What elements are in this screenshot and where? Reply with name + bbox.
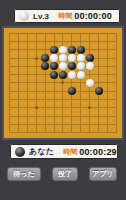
board-cell[interactable] xyxy=(50,62,59,70)
board-cell[interactable] xyxy=(5,112,14,120)
board-cell[interactable] xyxy=(23,120,32,128)
player-label: あなた xyxy=(29,146,54,157)
board-cell[interactable] xyxy=(112,29,121,37)
board-cell[interactable] xyxy=(59,129,68,137)
board-cell[interactable] xyxy=(76,120,85,128)
board-cell[interactable] xyxy=(32,54,41,62)
board-cell[interactable] xyxy=(50,120,59,128)
board-cell[interactable] xyxy=(76,54,85,62)
board-cell[interactable] xyxy=(94,71,103,79)
board-cell[interactable] xyxy=(41,71,50,79)
board-cell[interactable] xyxy=(94,104,103,112)
board-cell[interactable] xyxy=(103,87,112,95)
board-cell[interactable] xyxy=(85,112,94,120)
black-stone xyxy=(68,87,76,95)
board-cell[interactable] xyxy=(76,37,85,45)
black-stone xyxy=(68,46,76,54)
app-screen: Lv.3 時間 00:00:00 あなた 時間 00:00:29 待った 投了 … xyxy=(0,0,126,200)
board-cell[interactable] xyxy=(59,87,68,95)
star-point xyxy=(61,81,64,84)
board-cell[interactable] xyxy=(59,79,68,87)
black-stone xyxy=(50,71,58,79)
board-cell[interactable] xyxy=(59,120,68,128)
undo-button[interactable]: 待った xyxy=(7,167,41,181)
board-cell[interactable] xyxy=(85,79,94,87)
board-cell[interactable] xyxy=(23,104,32,112)
white-stone xyxy=(77,54,85,62)
board-cell[interactable] xyxy=(23,95,32,103)
board-cell[interactable] xyxy=(76,87,85,95)
board-cell[interactable] xyxy=(67,71,76,79)
board-cell[interactable] xyxy=(41,129,50,137)
board-cell[interactable] xyxy=(85,120,94,128)
board-cell[interactable] xyxy=(50,87,59,95)
board-cell[interactable] xyxy=(85,87,94,95)
app-button[interactable]: アプリ xyxy=(89,167,117,181)
board-cell[interactable] xyxy=(50,46,59,54)
board-cell[interactable] xyxy=(41,120,50,128)
board-cell[interactable] xyxy=(5,120,14,128)
white-stone xyxy=(77,71,85,79)
board-cell[interactable] xyxy=(5,37,14,45)
board-cell[interactable] xyxy=(50,71,59,79)
board-cell[interactable] xyxy=(14,120,23,128)
board-cell[interactable] xyxy=(103,129,112,137)
board-cell[interactable] xyxy=(59,46,68,54)
board-cell[interactable] xyxy=(76,79,85,87)
board-cell[interactable] xyxy=(94,112,103,120)
board-cell[interactable] xyxy=(67,79,76,87)
white-stone xyxy=(68,71,76,79)
black-stone xyxy=(59,71,67,79)
board-cell[interactable] xyxy=(103,46,112,54)
board-cell[interactable] xyxy=(23,46,32,54)
board-cell[interactable] xyxy=(76,62,85,70)
board-cell[interactable] xyxy=(41,46,50,54)
board-cell[interactable] xyxy=(14,129,23,137)
board-cell[interactable] xyxy=(32,87,41,95)
board-cell[interactable] xyxy=(85,129,94,137)
board-cell[interactable] xyxy=(5,87,14,95)
board-cell[interactable] xyxy=(94,87,103,95)
board-cell[interactable] xyxy=(41,62,50,70)
goban-grid[interactable] xyxy=(5,29,121,137)
board-cell[interactable] xyxy=(23,112,32,120)
board-cell[interactable] xyxy=(112,54,121,62)
board-cell[interactable] xyxy=(76,46,85,54)
board-cell[interactable] xyxy=(103,120,112,128)
board-cell[interactable] xyxy=(32,79,41,87)
board-cell[interactable] xyxy=(112,37,121,45)
board-cell[interactable] xyxy=(103,112,112,120)
player-time-label: 時間 xyxy=(63,147,77,157)
board-cell[interactable] xyxy=(103,71,112,79)
board-cell[interactable] xyxy=(85,71,94,79)
board-cell[interactable] xyxy=(41,95,50,103)
board-cell[interactable] xyxy=(112,87,121,95)
board-cell[interactable] xyxy=(14,29,23,37)
board-cell[interactable] xyxy=(85,104,94,112)
board-cell[interactable] xyxy=(59,54,68,62)
board-cell[interactable] xyxy=(41,37,50,45)
board-cell[interactable] xyxy=(23,79,32,87)
cpu-time-value: 00:00:00 xyxy=(74,11,112,21)
board-cell[interactable] xyxy=(67,104,76,112)
board-cell[interactable] xyxy=(76,104,85,112)
board-cell[interactable] xyxy=(59,104,68,112)
cpu-time-label: 時間 xyxy=(58,11,72,21)
board-cell[interactable] xyxy=(14,112,23,120)
board-cell[interactable] xyxy=(94,46,103,54)
board-cell[interactable] xyxy=(67,120,76,128)
board-cell[interactable] xyxy=(23,29,32,37)
board-cell[interactable] xyxy=(5,46,14,54)
board-cell[interactable] xyxy=(50,54,59,62)
board-cell[interactable] xyxy=(67,29,76,37)
board-cell[interactable] xyxy=(14,104,23,112)
board-cell[interactable] xyxy=(14,87,23,95)
board-cell[interactable] xyxy=(14,71,23,79)
board-cell[interactable] xyxy=(112,79,121,87)
board-cell[interactable] xyxy=(14,95,23,103)
black-stone xyxy=(50,46,58,54)
player-status-bar: あなた 時間 00:00:29 xyxy=(10,144,118,159)
board-cell[interactable] xyxy=(76,129,85,137)
board-cell[interactable] xyxy=(103,54,112,62)
board-cell[interactable] xyxy=(76,71,85,79)
board-cell[interactable] xyxy=(94,129,103,137)
board-cell[interactable] xyxy=(32,37,41,45)
board-cell[interactable] xyxy=(67,112,76,120)
board-cell[interactable] xyxy=(112,95,121,103)
board-cell[interactable] xyxy=(32,71,41,79)
black-stone xyxy=(68,62,76,70)
white-stone xyxy=(59,62,67,70)
board-cell[interactable] xyxy=(59,37,68,45)
board-cell[interactable] xyxy=(59,71,68,79)
board-cell[interactable] xyxy=(32,46,41,54)
star-point xyxy=(35,57,38,60)
board-cell[interactable] xyxy=(14,79,23,87)
black-stone-icon xyxy=(15,147,25,157)
black-stone xyxy=(86,54,94,62)
board-cell[interactable] xyxy=(5,79,14,87)
board-cell[interactable] xyxy=(50,112,59,120)
board-cell[interactable] xyxy=(103,29,112,37)
board-cell[interactable] xyxy=(23,62,32,70)
board-cell[interactable] xyxy=(41,112,50,120)
board-cell[interactable] xyxy=(112,71,121,79)
board-cell[interactable] xyxy=(50,79,59,87)
player-time-value: 00:00:29 xyxy=(79,147,117,157)
board-cell[interactable] xyxy=(41,29,50,37)
button-row: 待った 投了 アプリ xyxy=(0,167,126,181)
board-cell[interactable] xyxy=(32,129,41,137)
board-cell[interactable] xyxy=(94,79,103,87)
board-cell[interactable] xyxy=(76,95,85,103)
board-cell[interactable] xyxy=(112,62,121,70)
board-cell[interactable] xyxy=(5,29,14,37)
white-stone xyxy=(59,46,67,54)
board-cell[interactable] xyxy=(32,62,41,70)
board-cell[interactable] xyxy=(5,95,14,103)
board-cell[interactable] xyxy=(59,95,68,103)
board-cell[interactable] xyxy=(112,129,121,137)
white-stone xyxy=(77,62,85,70)
board-cell[interactable] xyxy=(5,71,14,79)
board-cell[interactable] xyxy=(67,37,76,45)
board-cell[interactable] xyxy=(85,46,94,54)
board-cell[interactable] xyxy=(85,95,94,103)
go-board[interactable] xyxy=(2,26,124,140)
board-cell[interactable] xyxy=(67,129,76,137)
board-cell[interactable] xyxy=(67,54,76,62)
board-cell[interactable] xyxy=(103,37,112,45)
board-cell[interactable] xyxy=(50,37,59,45)
black-stone xyxy=(41,62,49,70)
board-cell[interactable] xyxy=(23,129,32,137)
black-stone xyxy=(95,87,103,95)
board-cell[interactable] xyxy=(67,87,76,95)
board-cell[interactable] xyxy=(112,120,121,128)
board-cell[interactable] xyxy=(32,29,41,37)
white-stone-icon xyxy=(19,11,29,21)
board-cell[interactable] xyxy=(85,29,94,37)
board-cell[interactable] xyxy=(23,71,32,79)
board-cell[interactable] xyxy=(50,104,59,112)
cpu-status-bar: Lv.3 時間 00:00:00 xyxy=(14,9,120,23)
board-cell[interactable] xyxy=(67,95,76,103)
board-cell[interactable] xyxy=(94,54,103,62)
board-cell[interactable] xyxy=(32,95,41,103)
board-cell[interactable] xyxy=(76,112,85,120)
board-cell[interactable] xyxy=(59,112,68,120)
board-cell[interactable] xyxy=(94,120,103,128)
board-cell[interactable] xyxy=(41,79,50,87)
board-cell[interactable] xyxy=(94,37,103,45)
board-cell[interactable] xyxy=(85,62,94,70)
board-cell[interactable] xyxy=(50,29,59,37)
board-cell[interactable] xyxy=(23,87,32,95)
white-stone xyxy=(59,54,67,62)
black-stone xyxy=(77,46,85,54)
board-cell[interactable] xyxy=(32,104,41,112)
board-cell[interactable] xyxy=(50,129,59,137)
board-cell[interactable] xyxy=(32,120,41,128)
board-cell[interactable] xyxy=(103,79,112,87)
cpu-level-label: Lv.3 xyxy=(33,12,49,21)
white-stone xyxy=(86,79,94,87)
board-cell[interactable] xyxy=(94,95,103,103)
board-cell[interactable] xyxy=(59,29,68,37)
board-cell[interactable] xyxy=(103,104,112,112)
board-cell[interactable] xyxy=(85,54,94,62)
white-stone xyxy=(50,54,58,62)
board-cell[interactable] xyxy=(41,87,50,95)
board-cell[interactable] xyxy=(14,62,23,70)
board-cell[interactable] xyxy=(14,54,23,62)
board-cell[interactable] xyxy=(76,29,85,37)
star-point xyxy=(88,106,91,109)
board-cell[interactable] xyxy=(94,29,103,37)
board-cell[interactable] xyxy=(41,54,50,62)
board-cell[interactable] xyxy=(5,62,14,70)
black-stone xyxy=(41,54,49,62)
board-cell[interactable] xyxy=(14,46,23,54)
board-cell[interactable] xyxy=(14,37,23,45)
white-stone xyxy=(86,62,94,70)
board-cell[interactable] xyxy=(112,104,121,112)
board-cell[interactable] xyxy=(94,62,103,70)
board-cell[interactable] xyxy=(112,46,121,54)
board-cell[interactable] xyxy=(59,62,68,70)
board-cell[interactable] xyxy=(5,129,14,137)
board-cell[interactable] xyxy=(5,104,14,112)
resign-button[interactable]: 投了 xyxy=(52,167,78,181)
board-cell[interactable] xyxy=(50,95,59,103)
board-cell[interactable] xyxy=(112,112,121,120)
white-stone xyxy=(68,54,76,62)
board-cell[interactable] xyxy=(23,54,32,62)
board-cell[interactable] xyxy=(85,37,94,45)
board-cell[interactable] xyxy=(32,112,41,120)
board-cell[interactable] xyxy=(103,95,112,103)
board-cell[interactable] xyxy=(67,46,76,54)
board-cell[interactable] xyxy=(67,62,76,70)
board-cell[interactable] xyxy=(23,37,32,45)
star-point xyxy=(35,106,38,109)
board-cell[interactable] xyxy=(41,104,50,112)
board-cell[interactable] xyxy=(103,62,112,70)
board-cell[interactable] xyxy=(5,54,14,62)
black-stone xyxy=(50,62,58,70)
